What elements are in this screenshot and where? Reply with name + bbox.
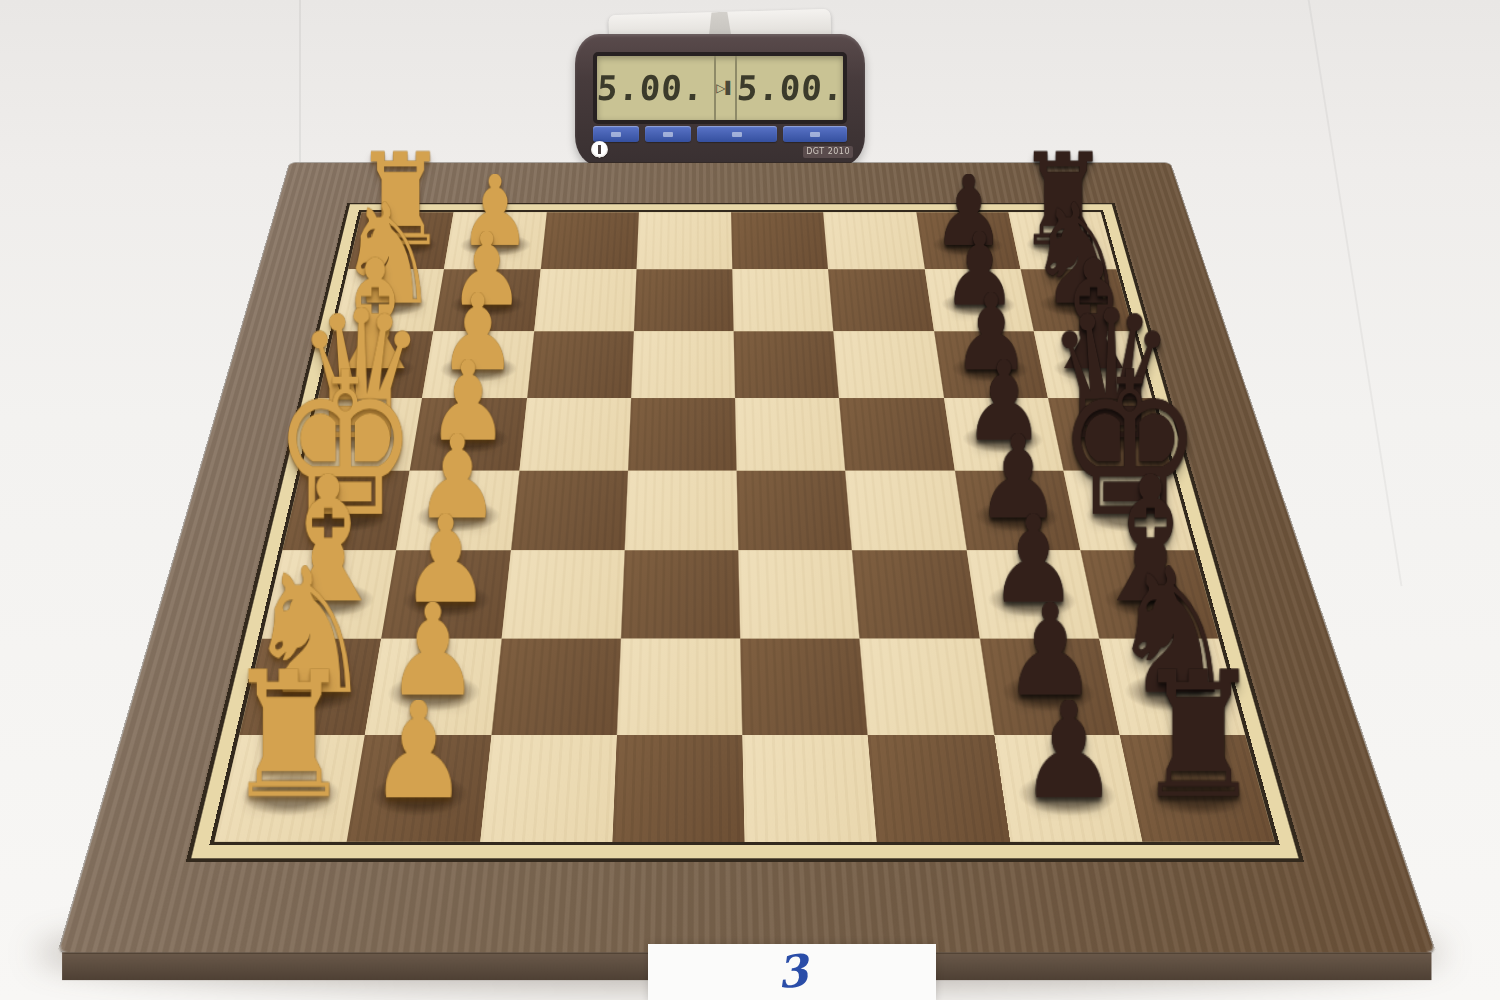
table-edge-line xyxy=(1304,0,1403,586)
square-d4 xyxy=(628,398,737,471)
square-f3 xyxy=(501,551,624,639)
square-b4 xyxy=(634,269,734,331)
square-g3 xyxy=(491,638,621,735)
chessboard: ♜♟♟♜♞♟♟♞♝♟♟♝♛♟♟♛♚♟♟♚♝♟♟♝♞♟♟♞♜♟♟♜ xyxy=(59,163,1435,952)
clock-model-label: DGT 2010 xyxy=(803,146,853,158)
square-h8: ♜ xyxy=(1119,735,1274,842)
square-a4 xyxy=(636,212,732,269)
square-c4 xyxy=(631,331,735,398)
square-d6 xyxy=(839,398,954,471)
square-e5 xyxy=(737,471,853,551)
square-g6 xyxy=(860,638,994,735)
square-b3 xyxy=(534,269,637,331)
square-h2: ♟ xyxy=(347,735,491,842)
clock-time-left: 5.00. xyxy=(595,56,717,120)
square-c5 xyxy=(734,331,840,398)
clock-display: 5.00. ▷▌ 5.00. xyxy=(593,52,847,124)
wall-corner-line xyxy=(299,0,301,162)
square-h7: ♟ xyxy=(994,735,1142,842)
clock-body: 5.00. ▷▌ 5.00. DGT 2010 xyxy=(575,34,865,166)
square-h6 xyxy=(868,735,1010,842)
square-d5 xyxy=(735,398,845,471)
clock-button-2 xyxy=(645,126,691,142)
piece-black-pawn: ♟ xyxy=(1020,700,1119,805)
piece-white-rook: ♜ xyxy=(224,668,353,804)
play-pause-icon: ▷▌ xyxy=(714,56,736,120)
square-f4 xyxy=(621,551,741,639)
square-h4 xyxy=(612,735,745,842)
square-f5 xyxy=(738,551,859,639)
square-f6 xyxy=(852,551,979,639)
square-c6 xyxy=(834,331,944,398)
clock-button-3 xyxy=(697,126,777,142)
square-h5 xyxy=(742,735,877,842)
square-e4 xyxy=(624,471,738,551)
square-e3 xyxy=(510,471,627,551)
scene: 5.00. ▷▌ 5.00. DGT 2010 ♜♟♟♜♞♟♟♞♝♟♟♝♛♟♟♛… xyxy=(0,0,1500,1000)
table-number: 3 xyxy=(774,949,809,996)
dgt-logo-icon xyxy=(591,141,608,158)
square-b6 xyxy=(828,269,933,331)
square-a6 xyxy=(823,212,924,269)
board-pinstripe-border: ♜♟♟♜♞♟♟♞♝♟♟♝♛♟♟♛♚♟♟♚♝♟♟♝♞♟♟♞♜♟♟♜ xyxy=(186,203,1304,863)
clock-button-row xyxy=(593,126,847,142)
square-a3 xyxy=(540,212,638,269)
square-a5 xyxy=(731,212,828,269)
square-d3 xyxy=(519,398,631,471)
square-g4 xyxy=(617,638,743,735)
piece-white-pawn: ♟ xyxy=(369,700,468,805)
piece-black-rook: ♜ xyxy=(1135,668,1264,804)
clock-button-1 xyxy=(593,126,639,142)
square-c3 xyxy=(527,331,634,398)
square-e6 xyxy=(845,471,966,551)
square-g5 xyxy=(740,638,868,735)
square-h1: ♜ xyxy=(215,735,366,842)
chess-clock: 5.00. ▷▌ 5.00. DGT 2010 xyxy=(575,12,865,166)
board-grid: ♜♟♟♜♞♟♟♞♝♟♟♝♛♟♟♛♚♟♟♚♝♟♟♝♞♟♟♞♜♟♟♜ xyxy=(209,210,1280,845)
board-frame: ♜♟♟♜♞♟♟♞♝♟♟♝♛♟♟♛♚♟♟♚♝♟♟♝♞♟♟♞♜♟♟♜ xyxy=(59,163,1435,952)
clock-time-right: 5.00. xyxy=(735,56,857,120)
table-number-card: 3 xyxy=(648,944,936,1000)
square-h3 xyxy=(480,735,617,842)
clock-button-4 xyxy=(783,126,847,142)
square-b5 xyxy=(732,269,833,331)
